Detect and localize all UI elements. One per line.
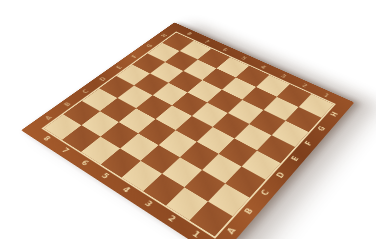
chess-board: ♜♞♝♛♚♞♜♟♟♟♝♟♟♟♟♟♞♟♟♟♟♝♞♛♚♜ bbox=[44, 33, 334, 237]
coordinate-label-A: A bbox=[44, 115, 53, 121]
coordinate-label-2: 2 bbox=[166, 214, 177, 224]
coordinate-label-1: 1 bbox=[322, 92, 330, 98]
coordinate-label-5: 5 bbox=[100, 172, 111, 180]
coordinate-label-8: 8 bbox=[185, 31, 192, 35]
chess-board-frame: ABCDEFGH ABCDEFGH 87654321 87654321 ♜♞♝♛… bbox=[21, 22, 354, 239]
coordinate-label-H: H bbox=[329, 111, 340, 118]
coordinate-label-C: C bbox=[259, 188, 271, 197]
coordinate-label-E: E bbox=[290, 155, 301, 162]
square-f3: ♞ bbox=[228, 100, 264, 124]
coordinate-label-5: 5 bbox=[240, 56, 247, 61]
coordinate-label-6: 6 bbox=[221, 47, 228, 52]
coordinate-label-G: G bbox=[316, 125, 327, 132]
coordinate-label-2: 2 bbox=[300, 83, 308, 88]
product-photo-stage: ABCDEFGH ABCDEFGH 87654321 87654321 ♜♞♝♛… bbox=[0, 0, 376, 239]
coordinate-label-7: 7 bbox=[60, 147, 71, 155]
coordinate-label-A: A bbox=[225, 226, 238, 236]
coordinate-label-4: 4 bbox=[259, 64, 267, 69]
coordinate-label-C: C bbox=[81, 89, 90, 94]
coordinate-label-E: E bbox=[115, 65, 123, 70]
coordinate-label-4: 4 bbox=[121, 185, 132, 194]
coordinate-label-G: G bbox=[145, 44, 153, 49]
coordinate-label-B: B bbox=[243, 206, 255, 215]
coordinate-label-F: F bbox=[131, 54, 139, 59]
coordinate-label-B: B bbox=[63, 101, 72, 107]
coordinate-label-7: 7 bbox=[203, 39, 210, 44]
coordinate-label-3: 3 bbox=[279, 73, 287, 78]
coordinate-label-D: D bbox=[275, 171, 287, 180]
coordinate-label-8: 8 bbox=[42, 135, 53, 142]
board-3d-scene: ABCDEFGH ABCDEFGH 87654321 87654321 ♜♞♝♛… bbox=[0, 0, 376, 239]
coordinate-label-1: 1 bbox=[191, 229, 203, 239]
coordinate-label-6: 6 bbox=[80, 159, 91, 167]
coordinate-label-3: 3 bbox=[143, 199, 154, 208]
coordinate-label-F: F bbox=[303, 140, 314, 147]
coordinate-label-D: D bbox=[98, 76, 107, 81]
coordinate-label-H: H bbox=[160, 33, 168, 38]
